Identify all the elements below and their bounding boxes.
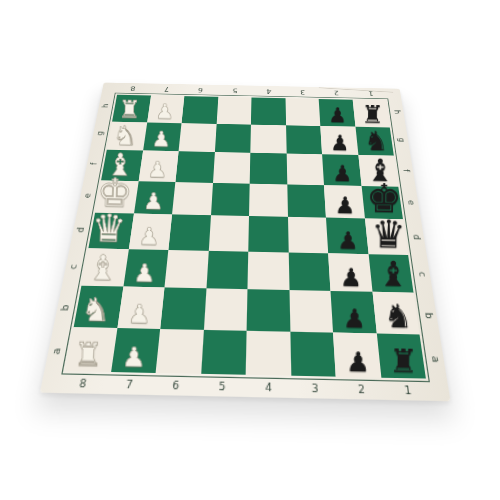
piece-black-pawn: ♟ bbox=[330, 132, 349, 154]
rank-label-1: 1 bbox=[368, 90, 374, 96]
square-h1: ♜ bbox=[352, 100, 389, 127]
square-d8: ♛ bbox=[88, 213, 133, 249]
rollup-chess-mat: 87654321 hgfedcba ♜♟♟♜♞♟♟♞♝♟♟♝♚♟♟♚♛♟♟♛♝♟… bbox=[40, 83, 451, 402]
square-e2: ♟ bbox=[324, 185, 365, 219]
piece-black-rook: ♜ bbox=[361, 102, 383, 127]
piece-black-pawn: ♟ bbox=[335, 194, 356, 217]
square-g3 bbox=[286, 125, 322, 154]
rank-label-4: 4 bbox=[266, 88, 271, 94]
rank-label-7: 7 bbox=[125, 380, 133, 391]
square-c5 bbox=[206, 250, 248, 289]
rank-label-5: 5 bbox=[232, 87, 237, 93]
square-f5 bbox=[213, 152, 251, 183]
rank-label-1: 1 bbox=[404, 385, 412, 396]
rank-label-3: 3 bbox=[311, 383, 318, 394]
square-d5 bbox=[208, 215, 249, 251]
piece-black-pawn: ♟ bbox=[328, 105, 347, 126]
piece-white-pawn: ♟ bbox=[121, 344, 146, 372]
square-g5 bbox=[214, 124, 250, 153]
rank-label-7: 7 bbox=[164, 86, 170, 92]
square-a5 bbox=[201, 329, 247, 374]
square-b6 bbox=[160, 287, 206, 329]
file-label-h: h bbox=[393, 110, 402, 114]
piece-black-pawn: ♟ bbox=[346, 349, 370, 377]
rank-label-8: 8 bbox=[78, 379, 87, 390]
square-g6 bbox=[179, 123, 217, 152]
square-b3 bbox=[289, 290, 333, 332]
product-photo: { "game": "chess", "subject": "plastic c… bbox=[0, 0, 500, 500]
rank-label-2: 2 bbox=[334, 89, 339, 95]
chess-set-photo[interactable]: 87654321 hgfedcba ♜♟♟♜♞♟♟♞♝♟♟♝♚♟♟♚♛♟♟♛♝♟… bbox=[0, 0, 500, 500]
piece-white-pawn: ♟ bbox=[133, 261, 156, 286]
square-e5 bbox=[211, 182, 250, 216]
square-b2: ♟ bbox=[330, 291, 376, 333]
rank-label-2: 2 bbox=[358, 384, 366, 395]
rank-label-8: 8 bbox=[130, 85, 136, 91]
piece-white-bishop: ♝ bbox=[87, 250, 119, 285]
rank-label-5: 5 bbox=[219, 382, 226, 393]
piece-white-rook: ♜ bbox=[119, 97, 142, 122]
file-label-g: g bbox=[397, 138, 406, 142]
square-a8: ♜ bbox=[65, 327, 117, 372]
square-d1: ♛ bbox=[364, 218, 408, 254]
square-d7: ♟ bbox=[128, 214, 172, 250]
file-label-c: c bbox=[68, 265, 78, 270]
square-h4 bbox=[251, 98, 286, 125]
square-b4 bbox=[247, 289, 290, 331]
file-label-d: d bbox=[411, 234, 421, 239]
square-e7: ♟ bbox=[134, 181, 176, 214]
square-a6 bbox=[156, 328, 204, 373]
rank-label-4: 4 bbox=[265, 383, 272, 394]
piece-white-pawn: ♟ bbox=[155, 101, 174, 122]
file-label-b: b bbox=[423, 312, 434, 318]
file-label-a: a bbox=[51, 348, 63, 355]
square-f2: ♟ bbox=[322, 154, 361, 185]
square-b5 bbox=[203, 288, 247, 330]
square-g4 bbox=[250, 124, 286, 153]
piece-black-knight: ♞ bbox=[383, 299, 412, 332]
square-b8: ♞ bbox=[74, 286, 123, 328]
square-h6 bbox=[182, 96, 218, 123]
square-h5 bbox=[216, 97, 251, 124]
file-label-e: e bbox=[406, 200, 416, 205]
square-c7: ♟ bbox=[123, 249, 168, 288]
square-c4 bbox=[247, 251, 289, 290]
square-d6 bbox=[168, 214, 210, 250]
square-c8: ♝ bbox=[81, 248, 128, 287]
file-label-f: f bbox=[401, 169, 410, 172]
file-label-e: e bbox=[83, 193, 93, 198]
board-grid: ♜♟♟♜♞♟♟♞♝♟♟♝♚♟♟♚♛♟♟♛♝♟♟♝♞♟♟♞♜♟♟♜ bbox=[65, 95, 425, 379]
file-label-b: b bbox=[60, 304, 71, 310]
square-e4 bbox=[249, 183, 287, 217]
piece-black-rook: ♜ bbox=[389, 345, 418, 377]
square-a1: ♜ bbox=[376, 333, 426, 379]
square-f4 bbox=[250, 153, 287, 184]
square-h3 bbox=[285, 98, 320, 125]
rank-label-6: 6 bbox=[172, 381, 180, 392]
square-e6 bbox=[172, 182, 213, 215]
file-label-f: f bbox=[90, 162, 99, 165]
piece-black-pawn: ♟ bbox=[343, 305, 366, 331]
square-c1: ♝ bbox=[368, 254, 413, 293]
square-g2: ♟ bbox=[320, 126, 358, 155]
square-d4 bbox=[248, 216, 288, 252]
square-b1: ♞ bbox=[372, 292, 419, 334]
file-label-c: c bbox=[417, 272, 427, 277]
square-a3 bbox=[290, 331, 336, 377]
piece-black-pawn: ♟ bbox=[333, 162, 353, 184]
square-c3 bbox=[288, 252, 330, 291]
square-a2: ♟ bbox=[333, 332, 381, 378]
square-a7: ♟ bbox=[111, 328, 161, 373]
square-f3 bbox=[286, 154, 324, 185]
square-c2: ♟ bbox=[328, 253, 372, 292]
piece-white-pawn: ♟ bbox=[143, 190, 164, 213]
piece-white-pawn: ♟ bbox=[147, 158, 167, 180]
square-b7: ♟ bbox=[117, 287, 164, 329]
piece-white-rook: ♜ bbox=[74, 338, 103, 370]
square-a4 bbox=[246, 330, 291, 376]
file-label-a: a bbox=[429, 356, 440, 363]
square-h7: ♟ bbox=[147, 95, 184, 122]
square-d2: ♟ bbox=[326, 218, 368, 254]
square-h8: ♜ bbox=[112, 95, 151, 122]
rank-label-6: 6 bbox=[198, 86, 203, 92]
piece-black-bishop: ♝ bbox=[377, 256, 408, 291]
piece-white-pawn: ♟ bbox=[127, 301, 151, 327]
square-g7: ♟ bbox=[143, 122, 182, 151]
square-d3 bbox=[287, 217, 328, 253]
square-e3 bbox=[287, 184, 326, 218]
chess-board: ♜♟♟♜♞♟♟♞♝♟♟♝♚♟♟♚♛♟♟♛♝♟♟♝♞♟♟♞♜♟♟♜ bbox=[61, 93, 430, 383]
square-f7: ♟ bbox=[138, 151, 178, 182]
piece-white-pawn: ♟ bbox=[151, 129, 171, 151]
piece-white-queen: ♛ bbox=[91, 209, 127, 248]
square-c6 bbox=[164, 250, 208, 289]
file-label-d: d bbox=[76, 227, 86, 232]
file-label-h: h bbox=[101, 104, 110, 108]
piece-white-knight: ♞ bbox=[81, 293, 111, 326]
square-h2: ♟ bbox=[319, 99, 355, 126]
rank-label-3: 3 bbox=[300, 89, 305, 95]
piece-black-pawn: ♟ bbox=[337, 228, 359, 252]
piece-black-pawn: ♟ bbox=[340, 265, 363, 290]
square-f6 bbox=[175, 151, 214, 182]
piece-white-pawn: ♟ bbox=[138, 224, 160, 248]
file-label-g: g bbox=[96, 132, 105, 136]
piece-black-queen: ♛ bbox=[371, 215, 406, 254]
